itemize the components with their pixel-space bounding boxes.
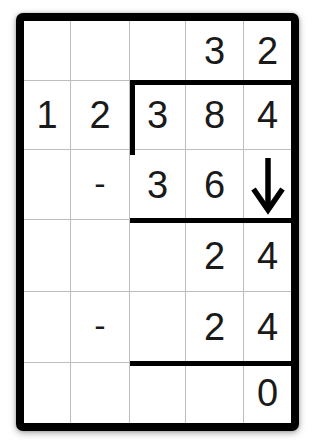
cell-r4c2 <box>71 220 130 292</box>
cell-r2c5-dividend-digit: 4 <box>244 81 291 150</box>
cell-r1c1 <box>24 21 71 81</box>
cell-r6c5-final-remainder: 0 <box>244 363 291 423</box>
long-division-board: 3 2 1 2 3 8 4 - 3 6 2 4 - 2 4 <box>16 13 299 431</box>
subtraction-underline-36 <box>130 218 291 223</box>
cell-r6c4 <box>186 363 244 423</box>
cell-r6c3 <box>130 363 186 423</box>
cell-r2c2-divisor-digit: 2 <box>71 81 130 150</box>
cell-r5c4-subtrahend-digit: 2 <box>186 292 244 363</box>
cell-r1c4-quotient-digit: 3 <box>186 21 244 81</box>
cell-r3c4-subtrahend-digit: 6 <box>186 150 244 220</box>
cell-r5c3 <box>130 292 186 363</box>
cell-r2c3-dividend-digit: 3 <box>130 81 186 150</box>
cell-r3c5-bring-down <box>244 150 291 220</box>
cell-r4c3 <box>130 220 186 292</box>
cell-r1c3 <box>130 21 186 81</box>
cell-r2c4-dividend-digit: 8 <box>186 81 244 150</box>
cell-r4c4-remainder-digit: 2 <box>186 220 244 292</box>
cell-r1c5-quotient-digit: 2 <box>244 21 291 81</box>
cell-r3c2-minus-sign: - <box>71 150 130 220</box>
cell-r3c3-subtrahend-digit: 3 <box>130 150 186 220</box>
cell-r5c1 <box>24 292 71 363</box>
cell-r2c1-divisor-digit: 1 <box>24 81 71 150</box>
division-bracket-side-line <box>130 80 135 155</box>
division-bracket-top-line <box>130 80 291 85</box>
cell-r5c5-subtrahend-digit: 4 <box>244 292 291 363</box>
cell-r6c1 <box>24 363 71 423</box>
cell-r4c5-remainder-digit: 4 <box>244 220 291 292</box>
bring-down-arrow-icon <box>250 156 286 216</box>
cell-r3c1 <box>24 150 71 220</box>
cell-r5c2-minus-sign: - <box>71 292 130 363</box>
subtraction-underline-24 <box>130 361 291 366</box>
cell-r6c2 <box>71 363 130 423</box>
cell-r4c1 <box>24 220 71 292</box>
cell-r1c2 <box>71 21 130 81</box>
